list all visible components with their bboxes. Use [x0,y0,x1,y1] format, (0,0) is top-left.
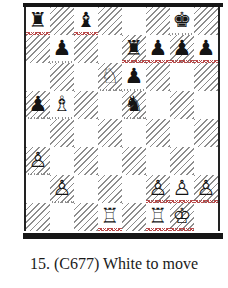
square-g4 [170,119,194,147]
square-e2 [122,175,146,203]
square-c7 [74,35,98,63]
square-a6 [26,63,50,91]
square-f5 [146,91,170,119]
chess-diagram: ♜♝♚♟♜♟♟♟♘♟♟♗♞♙♙♙♙♙♖♖♔ [23,3,223,239]
square-h5 [194,91,218,119]
red-squiggle-d1 [98,228,122,231]
chess-board-grid: ♜♝♚♟♜♟♟♟♘♟♟♗♞♙♙♙♙♙♖♖♔ [26,7,218,231]
square-g6 [170,63,194,91]
piece-white-pawn-g2: ♙ [170,175,194,203]
square-d7 [98,35,122,63]
square-d2 [98,175,122,203]
piece-black-pawn-f7: ♟ [146,35,170,63]
piece-black-bishop-c8: ♝ [74,7,98,35]
piece-black-king-g8: ♚ [170,7,194,35]
square-c1 [74,203,98,231]
square-e3 [122,147,146,175]
square-c2 [74,175,98,203]
square-e1 [122,203,146,231]
piece-white-king-g1: ♔ [170,203,194,231]
square-b2: ♙ [50,175,74,203]
square-d6: ♘ [98,63,122,91]
square-c3 [74,147,98,175]
square-h1 [194,203,218,231]
square-b7: ♟ [50,35,74,63]
square-b8 [50,7,74,35]
diagram-caption: 15. (C677) White to move [0,255,228,273]
square-g5 [170,91,194,119]
piece-black-rook-a8: ♜ [26,7,50,35]
piece-white-pawn-h2: ♙ [194,175,218,203]
square-b3 [50,147,74,175]
piece-white-pawn-f2: ♙ [146,175,170,203]
square-c6 [74,63,98,91]
square-g8: ♚ [170,7,194,35]
square-g7: ♟ [170,35,194,63]
square-h7: ♟ [194,35,218,63]
piece-white-rook-f1: ♖ [146,203,170,231]
square-d4 [98,119,122,147]
square-f2: ♙ [146,175,170,203]
square-b1 [50,203,74,231]
board-bottom-border [23,233,223,239]
square-a2 [26,175,50,203]
square-g2: ♙ [170,175,194,203]
red-squiggle-f1 [146,228,170,231]
piece-black-pawn-b7: ♟ [50,35,74,63]
piece-white-knight-d6: ♘ [98,63,122,91]
piece-black-pawn-a5: ♟ [26,91,50,119]
square-a1 [26,203,50,231]
piece-white-pawn-a3: ♙ [26,147,50,175]
square-e7: ♜ [122,35,146,63]
square-c8: ♝ [74,7,98,35]
square-a4 [26,119,50,147]
diagram-page: ♜♝♚♟♜♟♟♟♘♟♟♗♞♙♙♙♙♙♖♖♔ 15. (C677) White t… [0,0,228,288]
piece-white-pawn-b2: ♙ [50,175,74,203]
square-f1: ♖ [146,203,170,231]
square-c5 [74,91,98,119]
piece-black-pawn-h7: ♟ [194,35,218,63]
square-d5 [98,91,122,119]
square-h8 [194,7,218,35]
square-b5: ♗ [50,91,74,119]
square-f7: ♟ [146,35,170,63]
piece-black-pawn-g7: ♟ [170,35,194,63]
square-d8 [98,7,122,35]
piece-white-rook-d1: ♖ [98,203,122,231]
square-f6 [146,63,170,91]
square-e6: ♟ [122,63,146,91]
square-d1: ♖ [98,203,122,231]
square-b4 [50,119,74,147]
piece-white-bishop-b5: ♗ [50,91,74,119]
piece-black-knight-e5: ♞ [122,91,146,119]
square-a3: ♙ [26,147,50,175]
square-e8 [122,7,146,35]
square-h4 [194,119,218,147]
square-a7 [26,35,50,63]
square-f8 [146,7,170,35]
square-b6 [50,63,74,91]
square-f4 [146,119,170,147]
square-g3 [170,147,194,175]
piece-black-rook-e7: ♜ [122,35,146,63]
square-h2: ♙ [194,175,218,203]
square-e5: ♞ [122,91,146,119]
piece-black-pawn-e6: ♟ [122,63,146,91]
red-squiggle-g1 [170,228,194,231]
square-c4 [74,119,98,147]
chess-board-frame: ♜♝♚♟♜♟♟♟♘♟♟♗♞♙♙♙♙♙♖♖♔ [24,7,220,231]
square-h3 [194,147,218,175]
square-f3 [146,147,170,175]
square-e4 [122,119,146,147]
square-g1: ♔ [170,203,194,231]
square-a5: ♟ [26,91,50,119]
square-h6 [194,63,218,91]
square-d3 [98,147,122,175]
square-a8: ♜ [26,7,50,35]
